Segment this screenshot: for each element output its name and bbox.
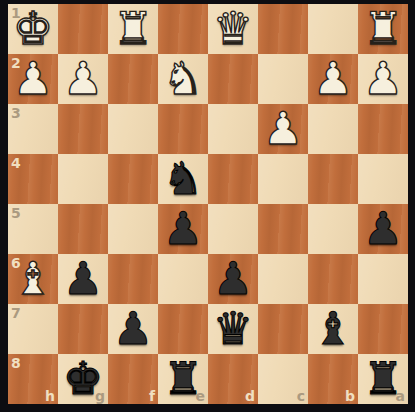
black-bishop[interactable]: ♝ — [313, 304, 353, 354]
square-c7[interactable] — [258, 304, 308, 354]
black-rook[interactable]: ♜ — [163, 354, 203, 404]
square-f8[interactable]: f — [108, 354, 158, 404]
square-b1[interactable] — [308, 4, 358, 54]
file-label: h — [45, 389, 55, 403]
white-pawn[interactable]: ♟ — [363, 54, 403, 104]
square-c5[interactable] — [258, 204, 308, 254]
white-knight[interactable]: ♞ — [163, 54, 203, 104]
square-a5[interactable]: ♟ — [358, 204, 408, 254]
square-h4[interactable]: 4 — [8, 154, 58, 204]
square-g7[interactable] — [58, 304, 108, 354]
rank-label: 8 — [11, 356, 21, 370]
rank-label: 4 — [11, 156, 21, 170]
square-b3[interactable] — [308, 104, 358, 154]
rank-label: 7 — [11, 306, 21, 320]
white-bishop[interactable]: ♝ — [13, 254, 53, 304]
square-g3[interactable] — [58, 104, 108, 154]
black-pawn[interactable]: ♟ — [63, 254, 103, 304]
square-c3[interactable]: ♟ — [258, 104, 308, 154]
square-g4[interactable] — [58, 154, 108, 204]
white-pawn[interactable]: ♟ — [63, 54, 103, 104]
square-e7[interactable] — [158, 304, 208, 354]
square-a4[interactable] — [358, 154, 408, 204]
black-pawn[interactable]: ♟ — [113, 304, 153, 354]
square-b6[interactable] — [308, 254, 358, 304]
square-h2[interactable]: 2♟ — [8, 54, 58, 104]
chess-board: 1♚♜♛♜2♟♟♞♟♟3♟4♞5♟♟6♝♟♟7♟♛♝8hg♚fe♜dcba♜ — [8, 4, 408, 404]
square-b5[interactable] — [308, 204, 358, 254]
square-g8[interactable]: g♚ — [58, 354, 108, 404]
square-e4[interactable]: ♞ — [158, 154, 208, 204]
black-rook[interactable]: ♜ — [363, 354, 403, 404]
rank-label: 3 — [11, 106, 21, 120]
square-d1[interactable]: ♛ — [208, 4, 258, 54]
square-e3[interactable] — [158, 104, 208, 154]
square-a1[interactable]: ♜ — [358, 4, 408, 54]
square-h3[interactable]: 3 — [8, 104, 58, 154]
file-label: c — [297, 389, 305, 403]
square-d6[interactable]: ♟ — [208, 254, 258, 304]
square-g1[interactable] — [58, 4, 108, 54]
square-f6[interactable] — [108, 254, 158, 304]
square-b8[interactable]: b — [308, 354, 358, 404]
square-a6[interactable] — [358, 254, 408, 304]
square-h6[interactable]: 6♝ — [8, 254, 58, 304]
square-g2[interactable]: ♟ — [58, 54, 108, 104]
square-d4[interactable] — [208, 154, 258, 204]
square-g6[interactable]: ♟ — [58, 254, 108, 304]
square-g5[interactable] — [58, 204, 108, 254]
square-e1[interactable] — [158, 4, 208, 54]
black-pawn[interactable]: ♟ — [363, 204, 403, 254]
square-f3[interactable] — [108, 104, 158, 154]
square-f5[interactable] — [108, 204, 158, 254]
file-label: f — [149, 389, 155, 403]
square-e5[interactable]: ♟ — [158, 204, 208, 254]
square-a7[interactable] — [358, 304, 408, 354]
white-rook[interactable]: ♜ — [113, 4, 153, 54]
square-b4[interactable] — [308, 154, 358, 204]
white-queen[interactable]: ♛ — [213, 4, 253, 54]
square-a3[interactable] — [358, 104, 408, 154]
square-d3[interactable] — [208, 104, 258, 154]
square-h7[interactable]: 7 — [8, 304, 58, 354]
square-c1[interactable] — [258, 4, 308, 54]
square-f7[interactable]: ♟ — [108, 304, 158, 354]
rank-label: 5 — [11, 206, 21, 220]
black-queen[interactable]: ♛ — [213, 304, 253, 354]
square-c2[interactable] — [258, 54, 308, 104]
black-knight[interactable]: ♞ — [163, 154, 203, 204]
file-label: d — [245, 389, 255, 403]
square-c6[interactable] — [258, 254, 308, 304]
square-f1[interactable]: ♜ — [108, 4, 158, 54]
white-pawn[interactable]: ♟ — [263, 104, 303, 154]
square-f2[interactable] — [108, 54, 158, 104]
square-h8[interactable]: 8h — [8, 354, 58, 404]
square-a8[interactable]: a♜ — [358, 354, 408, 404]
square-e6[interactable] — [158, 254, 208, 304]
black-pawn[interactable]: ♟ — [213, 254, 253, 304]
square-e2[interactable]: ♞ — [158, 54, 208, 104]
file-label: b — [345, 389, 355, 403]
black-pawn[interactable]: ♟ — [163, 204, 203, 254]
board-frame: 1♚♜♛♜2♟♟♞♟♟3♟4♞5♟♟6♝♟♟7♟♛♝8hg♚fe♜dcba♜ — [0, 0, 415, 412]
square-b2[interactable]: ♟ — [308, 54, 358, 104]
square-d8[interactable]: d — [208, 354, 258, 404]
square-b7[interactable]: ♝ — [308, 304, 358, 354]
square-c8[interactable]: c — [258, 354, 308, 404]
square-a2[interactable]: ♟ — [358, 54, 408, 104]
square-d5[interactable] — [208, 204, 258, 254]
white-pawn[interactable]: ♟ — [313, 54, 353, 104]
square-e8[interactable]: e♜ — [158, 354, 208, 404]
square-f4[interactable] — [108, 154, 158, 204]
square-d2[interactable] — [208, 54, 258, 104]
square-c4[interactable] — [258, 154, 308, 204]
square-h1[interactable]: 1♚ — [8, 4, 58, 54]
square-d7[interactable]: ♛ — [208, 304, 258, 354]
white-pawn[interactable]: ♟ — [13, 54, 53, 104]
square-h5[interactable]: 5 — [8, 204, 58, 254]
black-king[interactable]: ♚ — [63, 354, 103, 404]
white-rook[interactable]: ♜ — [363, 4, 403, 54]
white-king[interactable]: ♚ — [13, 4, 53, 54]
